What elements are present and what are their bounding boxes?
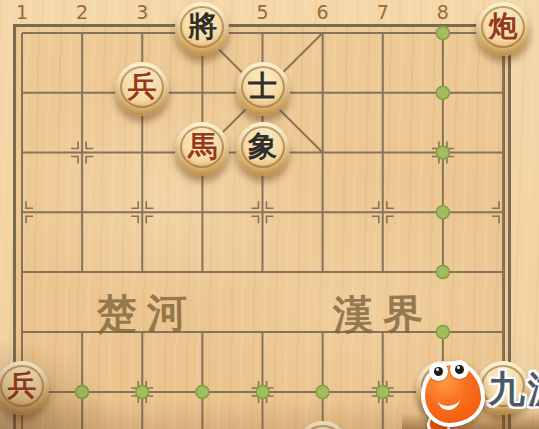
move-hint-dot[interactable] bbox=[436, 27, 449, 40]
position-marker bbox=[146, 216, 153, 223]
column-label-1: 1 bbox=[10, 1, 34, 23]
river-text-right: 漢界 bbox=[333, 286, 434, 343]
jiuyou-watermark: 九游 bbox=[418, 352, 539, 429]
position-marker bbox=[131, 216, 138, 223]
position-marker bbox=[252, 216, 259, 223]
move-hint-dot[interactable] bbox=[196, 386, 209, 399]
piece-馬-c4r3[interactable]: 馬 bbox=[175, 122, 229, 176]
position-marker bbox=[372, 201, 379, 208]
piece-glyph: 士 bbox=[236, 60, 290, 114]
column-label-6: 6 bbox=[311, 1, 335, 23]
position-marker bbox=[387, 201, 394, 208]
move-hint-dot[interactable] bbox=[136, 386, 149, 399]
piece-兵-c1r7[interactable]: 兵 bbox=[0, 361, 49, 415]
piece-炮-c9r1[interactable]: 炮 bbox=[476, 2, 530, 56]
position-marker bbox=[146, 201, 153, 208]
piece-glyph: 馬 bbox=[175, 120, 229, 174]
position-marker bbox=[372, 216, 379, 223]
piece-glyph: 將 bbox=[175, 0, 229, 54]
move-hint-dot[interactable] bbox=[436, 326, 449, 339]
move-hint-dot[interactable] bbox=[76, 386, 89, 399]
position-marker bbox=[131, 201, 138, 208]
piece-glyph bbox=[296, 419, 350, 429]
position-marker bbox=[252, 201, 259, 208]
piece-兵-c3r2[interactable]: 兵 bbox=[115, 62, 169, 116]
position-marker bbox=[267, 216, 274, 223]
piece-士-c5r2[interactable]: 士 bbox=[236, 62, 290, 116]
move-hint-dot[interactable] bbox=[436, 146, 449, 159]
piece-glyph: 兵 bbox=[115, 60, 169, 114]
xiangqi-screenshot: 123456789 楚河 漢界 將兵士馬象炮兵 九游 bbox=[0, 0, 539, 429]
position-marker bbox=[71, 157, 78, 164]
position-marker bbox=[86, 142, 93, 149]
piece-象-c5r3[interactable]: 象 bbox=[236, 122, 290, 176]
watermark-text: 九游 bbox=[488, 365, 539, 415]
position-marker bbox=[86, 157, 93, 164]
position-marker bbox=[492, 216, 499, 223]
piece-將-c4r1[interactable]: 將 bbox=[175, 2, 229, 56]
column-label-7: 7 bbox=[371, 1, 395, 23]
column-label-3: 3 bbox=[130, 1, 154, 23]
mascot-left-eye bbox=[429, 362, 448, 381]
column-label-5: 5 bbox=[251, 1, 275, 23]
position-marker bbox=[267, 201, 274, 208]
move-hint-dot[interactable] bbox=[376, 386, 389, 399]
position-marker bbox=[26, 216, 33, 223]
position-marker bbox=[26, 201, 33, 208]
piece-glyph: 炮 bbox=[476, 0, 530, 54]
position-marker bbox=[71, 142, 78, 149]
mascot-right-eye bbox=[450, 360, 469, 379]
piece-occluded-c6r8[interactable] bbox=[296, 421, 350, 429]
piece-glyph: 象 bbox=[236, 120, 290, 174]
column-label-2: 2 bbox=[70, 1, 94, 23]
position-marker bbox=[387, 216, 394, 223]
position-marker bbox=[492, 201, 499, 208]
move-hint-dot[interactable] bbox=[436, 266, 449, 279]
column-label-8: 8 bbox=[431, 1, 455, 23]
move-hint-dot[interactable] bbox=[316, 386, 329, 399]
move-hint-dot[interactable] bbox=[436, 206, 449, 219]
river-text-left: 楚河 bbox=[97, 285, 198, 342]
piece-glyph: 兵 bbox=[0, 359, 49, 413]
move-hint-dot[interactable] bbox=[436, 86, 449, 99]
move-hint-dot[interactable] bbox=[256, 386, 269, 399]
jiuyou-mascot-icon bbox=[421, 361, 481, 423]
